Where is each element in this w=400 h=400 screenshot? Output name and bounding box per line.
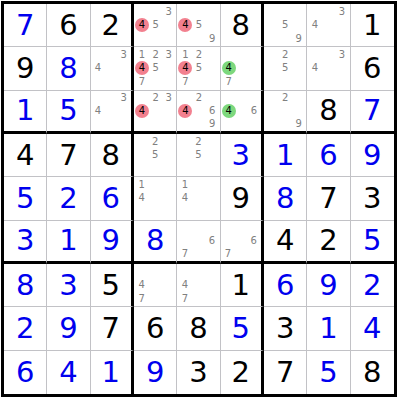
candidate-5: 5 [149, 61, 162, 75]
cell-r3c3[interactable]: 34 [91, 91, 134, 134]
candidate-grid: 123457 [135, 48, 175, 88]
candidate-7: 7 [135, 75, 149, 88]
cell-r2c2[interactable]: 8 [47, 47, 90, 90]
candidate-6: 6 [205, 104, 218, 118]
candidate-4: 4 [178, 192, 191, 205]
solved-digit: 8 [276, 184, 294, 213]
given-digit: 8 [232, 11, 250, 40]
candidate-9: 9 [205, 118, 218, 130]
candidate-4: 4 [178, 61, 192, 75]
cell-r7c6[interactable]: 1 [221, 264, 264, 307]
candidate-5: 5 [278, 62, 291, 75]
candidate-4: 4 [308, 62, 321, 75]
cell-r8c4[interactable]: 6 [134, 307, 177, 350]
cell-r6c9[interactable]: 5 [351, 221, 394, 264]
solved-digit: 9 [363, 141, 381, 170]
cell-r8c2[interactable]: 9 [47, 307, 90, 350]
given-digit: 5 [102, 271, 120, 300]
cell-r1c3[interactable]: 2 [91, 4, 134, 47]
cell-r5c1[interactable]: 5 [4, 177, 47, 220]
candidate-1: 1 [135, 178, 148, 191]
candidate-6: 6 [247, 234, 260, 247]
candidate-4: 4 [135, 192, 148, 205]
cell-r6c8[interactable]: 2 [307, 221, 350, 264]
cell-r1c7[interactable]: 59 [264, 4, 307, 47]
candidate-4: 4 [178, 104, 192, 118]
cell-r8c9[interactable]: 4 [351, 307, 394, 350]
given-digit: 1 [363, 11, 381, 40]
candidate-4: 4 [222, 61, 236, 75]
solved-digit: 2 [59, 184, 77, 213]
candidate-grid: 25 [178, 135, 218, 175]
solved-digit: 9 [59, 314, 77, 343]
cell-r4c1[interactable]: 4 [4, 134, 47, 177]
candidate-grid: 459 [178, 5, 218, 45]
cell-r8c6[interactable]: 5 [221, 307, 264, 350]
solved-digit: 8 [146, 226, 164, 255]
cell-r8c8[interactable]: 1 [307, 307, 350, 350]
cell-r4c5[interactable]: 25 [177, 134, 220, 177]
given-digit: 1 [232, 271, 250, 300]
cell-r6c1[interactable]: 3 [4, 221, 47, 264]
cell-r6c2[interactable]: 1 [47, 221, 90, 264]
cell-r9c1[interactable]: 6 [4, 351, 47, 394]
candidate-1: 1 [178, 178, 191, 191]
solved-digit: 3 [16, 226, 34, 255]
candidate-4: 4 [135, 61, 149, 75]
cell-r5c3[interactable]: 6 [91, 177, 134, 220]
solved-digit: 7 [363, 96, 381, 125]
solved-digit: 5 [232, 314, 250, 343]
elimination-highlight: 4 [178, 61, 192, 75]
cell-r5c9[interactable]: 3 [351, 177, 394, 220]
cell-r8c5[interactable]: 8 [177, 307, 220, 350]
cell-r9c8[interactable]: 5 [307, 351, 350, 394]
given-digit: 6 [146, 314, 164, 343]
given-digit: 4 [16, 141, 34, 170]
cell-r7c8[interactable]: 9 [307, 264, 350, 307]
cell-r4c2[interactable]: 7 [47, 134, 90, 177]
solved-digit: 5 [59, 96, 77, 125]
candidate-grid: 25 [265, 48, 305, 88]
candidate-2: 2 [278, 92, 291, 105]
candidate-5: 5 [278, 18, 291, 31]
candidate-7: 7 [178, 292, 191, 305]
candidate-grid: 47 [178, 265, 218, 305]
cell-r7c3[interactable]: 5 [91, 264, 134, 307]
cell-r7c4[interactable]: 47 [134, 264, 177, 307]
cell-r5c8[interactable]: 7 [307, 177, 350, 220]
solved-digit: 4 [59, 358, 77, 387]
sudoku-board: 7623454598593419834123457124574725346153… [1, 1, 397, 397]
candidate-5: 5 [192, 148, 205, 161]
cell-r3c5[interactable]: 2469 [177, 91, 220, 134]
cell-r4c6[interactable]: 3 [221, 134, 264, 177]
cell-r4c3[interactable]: 8 [91, 134, 134, 177]
cell-r6c4[interactable]: 8 [134, 221, 177, 264]
candidate-2: 2 [278, 48, 291, 61]
candidate-4: 4 [92, 62, 105, 75]
candidate-5: 5 [192, 61, 205, 75]
candidate-grid: 234 [135, 92, 175, 130]
candidate-grid: 29 [265, 92, 305, 130]
candidate-grid: 12457 [178, 48, 218, 88]
cell-r1c1[interactable]: 7 [4, 4, 47, 47]
given-digit: 3 [363, 184, 381, 213]
solved-digit: 8 [59, 54, 77, 83]
cell-r3c1[interactable]: 1 [4, 91, 47, 134]
given-digit: 9 [232, 184, 250, 213]
candidate-4: 4 [92, 104, 105, 117]
candidate-4: 4 [135, 104, 149, 118]
candidate-4: 4 [222, 104, 236, 118]
given-digit: 8 [319, 96, 337, 125]
candidate-6: 6 [248, 104, 260, 118]
cell-r6c5[interactable]: 67 [177, 221, 220, 264]
cell-r1c2[interactable]: 6 [47, 4, 90, 47]
cell-r4c4[interactable]: 25 [134, 134, 177, 177]
candidate-3: 3 [335, 5, 348, 18]
solved-digit: 1 [59, 226, 77, 255]
placement-highlight: 4 [222, 61, 236, 75]
cell-r3c7[interactable]: 29 [264, 91, 307, 134]
candidate-3: 3 [117, 48, 130, 61]
solved-digit: 9 [146, 358, 164, 387]
cell-r2c4[interactable]: 123457 [134, 47, 177, 90]
given-digit: 9 [16, 54, 34, 83]
given-digit: 3 [276, 314, 294, 343]
cell-r1c8[interactable]: 34 [307, 4, 350, 47]
cell-r2c3[interactable]: 34 [91, 47, 134, 90]
candidate-5: 5 [149, 18, 162, 32]
candidate-9: 9 [292, 32, 305, 45]
cell-r7c9[interactable]: 2 [351, 264, 394, 307]
candidate-grid: 34 [308, 5, 348, 45]
candidate-5: 5 [148, 148, 161, 161]
cell-r9c2[interactable]: 4 [47, 351, 90, 394]
cell-r3c4[interactable]: 234 [134, 91, 177, 134]
elimination-highlight: 4 [135, 61, 149, 75]
given-digit: 7 [319, 184, 337, 213]
cell-r5c6[interactable]: 9 [221, 177, 264, 220]
cell-r7c5[interactable]: 47 [177, 264, 220, 307]
given-digit: 3 [189, 358, 207, 387]
given-digit: 4 [276, 226, 294, 255]
candidate-3: 3 [335, 48, 348, 61]
given-digit: 2 [102, 11, 120, 40]
solved-digit: 5 [363, 226, 381, 255]
candidate-grid: 34 [308, 48, 348, 88]
cell-r5c7[interactable]: 8 [264, 177, 307, 220]
solved-digit: 7 [16, 11, 34, 40]
solved-digit: 1 [16, 96, 34, 125]
candidate-9: 9 [205, 32, 218, 45]
cell-r6c7[interactable]: 4 [264, 221, 307, 264]
cell-r4c7[interactable]: 1 [264, 134, 307, 177]
given-digit: 6 [59, 11, 77, 40]
candidate-grid: 67 [178, 222, 218, 260]
given-digit: 7 [59, 141, 77, 170]
given-digit: 8 [189, 314, 207, 343]
candidate-4: 4 [178, 18, 192, 32]
cell-r2c6[interactable]: 47 [221, 47, 264, 90]
cell-r2c7[interactable]: 25 [264, 47, 307, 90]
given-digit: 7 [276, 358, 294, 387]
candidate-7: 7 [222, 75, 236, 88]
cell-r8c3[interactable]: 7 [91, 307, 134, 350]
given-digit: 8 [102, 141, 120, 170]
given-digit: 7 [102, 314, 120, 343]
candidate-2: 2 [149, 92, 162, 104]
candidate-4: 4 [135, 18, 149, 32]
candidate-grid: 47 [222, 48, 260, 88]
cell-r4c9[interactable]: 9 [351, 134, 394, 177]
cell-r1c6[interactable]: 8 [221, 4, 264, 47]
candidate-7: 7 [178, 247, 191, 260]
solved-digit: 2 [363, 271, 381, 300]
cell-r6c6[interactable]: 67 [221, 221, 264, 264]
solved-digit: 6 [276, 271, 294, 300]
cell-r3c9[interactable]: 7 [351, 91, 394, 134]
solved-digit: 6 [102, 184, 120, 213]
candidate-4: 4 [135, 278, 148, 291]
candidate-grid: 345 [135, 5, 175, 45]
cell-r5c4[interactable]: 14 [134, 177, 177, 220]
placement-highlight: 4 [222, 104, 236, 118]
candidate-grid: 34 [92, 92, 130, 130]
given-digit: 6 [363, 54, 381, 83]
solved-digit: 9 [319, 271, 337, 300]
candidate-grid: 2469 [178, 92, 218, 130]
elimination-highlight: 4 [135, 18, 149, 32]
elimination-highlight: 4 [178, 18, 192, 32]
given-digit: 8 [363, 358, 381, 387]
candidate-grid: 46 [222, 92, 260, 130]
candidate-3: 3 [162, 5, 175, 18]
candidate-6: 6 [205, 234, 218, 247]
cell-r1c4[interactable]: 345 [134, 4, 177, 47]
solved-digit: 1 [102, 358, 120, 387]
cell-r2c1[interactable]: 9 [4, 47, 47, 90]
candidate-4: 4 [178, 278, 191, 291]
cell-r7c2[interactable]: 3 [47, 264, 90, 307]
elimination-highlight: 4 [135, 104, 149, 118]
candidate-2: 2 [192, 135, 205, 148]
cell-r7c7[interactable]: 6 [264, 264, 307, 307]
solved-digit: 6 [319, 141, 337, 170]
cell-r3c6[interactable]: 46 [221, 91, 264, 134]
candidate-9: 9 [292, 117, 305, 130]
candidate-2: 2 [192, 92, 205, 104]
candidate-grid: 14 [178, 178, 218, 218]
cell-r8c7[interactable]: 3 [264, 307, 307, 350]
cell-r3c8[interactable]: 8 [307, 91, 350, 134]
solved-digit: 9 [102, 226, 120, 255]
candidate-3: 3 [117, 92, 130, 105]
solved-digit: 2 [16, 314, 34, 343]
candidate-5: 5 [192, 18, 205, 32]
candidate-7: 7 [178, 75, 192, 88]
cell-r2c8[interactable]: 34 [307, 47, 350, 90]
cell-r5c2[interactable]: 2 [47, 177, 90, 220]
cell-r9c9[interactable]: 8 [351, 351, 394, 394]
solved-digit: 3 [59, 271, 77, 300]
candidate-2: 2 [148, 135, 161, 148]
candidate-grid: 25 [135, 135, 175, 175]
solved-digit: 1 [276, 141, 294, 170]
cell-r3c2[interactable]: 5 [47, 91, 90, 134]
cell-r1c9[interactable]: 1 [351, 4, 394, 47]
candidate-7: 7 [135, 292, 148, 305]
candidate-grid: 67 [222, 222, 260, 260]
candidate-4: 4 [308, 18, 321, 31]
cell-r6c3[interactable]: 9 [91, 221, 134, 264]
solved-digit: 3 [232, 141, 250, 170]
cell-r9c7[interactable]: 7 [264, 351, 307, 394]
cell-r9c3[interactable]: 1 [91, 351, 134, 394]
candidate-2: 2 [192, 48, 205, 61]
cell-r2c9[interactable]: 6 [351, 47, 394, 90]
candidate-2: 2 [149, 48, 162, 61]
given-digit: 2 [232, 358, 250, 387]
cell-r7c1[interactable]: 8 [4, 264, 47, 307]
candidate-3: 3 [162, 92, 175, 104]
solved-digit: 1 [319, 314, 337, 343]
cell-r1c5[interactable]: 459 [177, 4, 220, 47]
candidate-grid: 14 [135, 178, 175, 218]
candidate-grid: 47 [135, 265, 175, 305]
cell-r8c1[interactable]: 2 [4, 307, 47, 350]
solved-digit: 8 [16, 271, 34, 300]
solved-digit: 6 [16, 358, 34, 387]
solved-digit: 5 [16, 184, 34, 213]
cell-r9c6[interactable]: 2 [221, 351, 264, 394]
candidate-grid: 34 [92, 48, 130, 88]
cell-r9c4[interactable]: 9 [134, 351, 177, 394]
cell-r4c8[interactable]: 6 [307, 134, 350, 177]
elimination-highlight: 4 [178, 104, 192, 118]
candidate-1: 1 [135, 48, 149, 61]
cell-r2c5[interactable]: 12457 [177, 47, 220, 90]
solved-digit: 5 [319, 358, 337, 387]
given-digit: 2 [319, 226, 337, 255]
solved-digit: 4 [363, 314, 381, 343]
cell-r5c5[interactable]: 14 [177, 177, 220, 220]
cell-r9c5[interactable]: 3 [177, 351, 220, 394]
candidate-grid: 59 [265, 5, 305, 45]
candidate-7: 7 [222, 247, 235, 260]
candidate-1: 1 [178, 48, 192, 61]
candidate-3: 3 [162, 48, 175, 61]
